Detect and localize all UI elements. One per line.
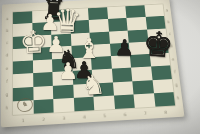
photo-of-chess-board: 12345678 abcdefgh abcdefgh ♞ ♜♟♛♚♟♝♟♚♞♟♟… <box>0 0 200 134</box>
black-king-d8: ♚ <box>142 26 175 63</box>
black-pawn-d6: ♟ <box>114 37 134 60</box>
piece-layer: ♜♟♛♚♟♝♟♚♞♟♟♞ <box>0 0 200 134</box>
white-king-d1: ♚ <box>19 26 48 58</box>
white-knight-g4: ♞ <box>81 70 107 98</box>
